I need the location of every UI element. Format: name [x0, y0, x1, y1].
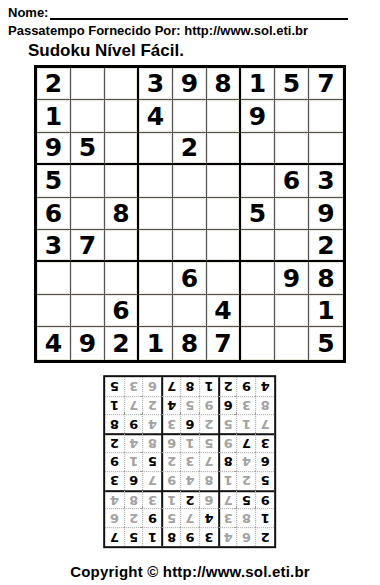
puzzle-cell-given: 5	[275, 68, 309, 100]
puzzle-cell-given: 6	[105, 295, 139, 327]
puzzle-cell-given: 2	[173, 133, 207, 165]
page-title: Sudoku Nível Fácil.	[28, 41, 372, 61]
solution-cell: 4	[199, 508, 218, 527]
solution-cell: 1	[105, 395, 124, 414]
puzzle-cell-given: 7	[309, 68, 343, 100]
solution-cell: 2	[105, 433, 124, 452]
solution-cell: 7	[162, 377, 181, 396]
puzzle-cell-given: 8	[105, 198, 139, 230]
puzzle-cell-empty[interactable]	[275, 327, 309, 359]
solution-cell: 3	[143, 489, 162, 508]
solution-cell: 4	[143, 414, 162, 433]
puzzle-cell-empty[interactable]	[139, 198, 173, 230]
solution-cell: 2	[199, 414, 218, 433]
puzzle-cell-given: 6	[37, 198, 71, 230]
puzzle-cell-empty[interactable]	[275, 230, 309, 262]
solution-cell: 2	[162, 452, 181, 471]
puzzle-cell-given: 4	[139, 100, 173, 132]
puzzle-cell-empty[interactable]	[207, 133, 241, 165]
solution-cell: 9	[237, 377, 256, 396]
solution-cell: 8	[124, 489, 143, 508]
puzzle-cell-given: 2	[309, 230, 343, 262]
puzzle-cell-empty[interactable]	[173, 198, 207, 230]
puzzle-cell-empty[interactable]	[139, 230, 173, 262]
puzzle-cell-empty[interactable]	[105, 262, 139, 294]
solution-cell: 1	[218, 471, 237, 490]
puzzle-cell-given: 9	[173, 68, 207, 100]
solution-cell: 9	[124, 414, 143, 433]
puzzle-cell-given: 9	[309, 198, 343, 230]
solution-cell: 3	[162, 414, 181, 433]
solution-cell: 9	[218, 433, 237, 452]
solution-cell: 7	[143, 471, 162, 490]
puzzle-cell-empty[interactable]	[105, 230, 139, 262]
sudoku-solution-grid-rotated: 2643981571834759269576213845218497636487…	[103, 375, 276, 548]
solution-cell: 6	[105, 508, 124, 527]
solution-cell: 7	[105, 527, 124, 546]
puzzle-cell-empty[interactable]	[241, 133, 275, 165]
puzzle-cell-empty[interactable]	[139, 133, 173, 165]
solution-cell: 6	[181, 414, 200, 433]
puzzle-cell-empty[interactable]	[275, 295, 309, 327]
solution-cell: 7	[199, 452, 218, 471]
solution-cell: 3	[181, 452, 200, 471]
solution-cell: 5	[143, 452, 162, 471]
solution-cell: 5	[237, 489, 256, 508]
puzzle-cell-given: 1	[241, 68, 275, 100]
solution-cell: 2	[256, 527, 275, 546]
puzzle-cell-empty[interactable]	[241, 230, 275, 262]
solution-cell: 2	[143, 395, 162, 414]
solution-cell: 9	[199, 395, 218, 414]
solution-cell: 2	[124, 508, 143, 527]
sudoku-worksheet-page: Nome: Passatempo Fornecido Por: http://w…	[0, 0, 380, 585]
solution-cell: 1	[181, 433, 200, 452]
solution-cell: 8	[199, 471, 218, 490]
puzzle-cell-empty[interactable]	[139, 165, 173, 197]
puzzle-cell-given: 6	[173, 262, 207, 294]
header: Nome: Passatempo Fornecido Por: http://w…	[0, 0, 380, 61]
solution-cell: 5	[105, 377, 124, 396]
solution-cell: 5	[124, 527, 143, 546]
solution-cell: 7	[181, 508, 200, 527]
puzzle-cell-given: 5	[37, 165, 71, 197]
solution-cell: 4	[162, 395, 181, 414]
solution-cell: 9	[181, 527, 200, 546]
solution-cell: 9	[162, 471, 181, 490]
solution-cell: 7	[218, 489, 237, 508]
puzzle-cell-given: 5	[241, 198, 275, 230]
solution-cell: 7	[237, 433, 256, 452]
puzzle-cell-empty[interactable]	[241, 165, 275, 197]
solution-cell: 2	[237, 471, 256, 490]
puzzle-cell-given: 3	[37, 230, 71, 262]
solution-cell: 8	[256, 395, 275, 414]
solution-cell: 4	[181, 471, 200, 490]
name-fill-line[interactable]	[50, 4, 348, 20]
puzzle-cell-given: 8	[309, 262, 343, 294]
solution-cell: 8	[218, 452, 237, 471]
puzzle-cell-empty[interactable]	[207, 165, 241, 197]
puzzle-cell-empty[interactable]	[37, 262, 71, 294]
solution-cell: 6	[162, 433, 181, 452]
puzzle-cell-given: 4	[207, 295, 241, 327]
puzzle-cell-given: 3	[309, 165, 343, 197]
solution-cell: 9	[143, 508, 162, 527]
puzzle-cell-empty[interactable]	[275, 198, 309, 230]
puzzle-cell-empty[interactable]	[173, 295, 207, 327]
puzzle-cell-given: 3	[139, 68, 173, 100]
solution-cell: 1	[162, 489, 181, 508]
puzzle-cell-empty[interactable]	[105, 165, 139, 197]
puzzle-cell-empty[interactable]	[241, 327, 275, 359]
solution-cell: 6	[218, 395, 237, 414]
puzzle-cell-empty[interactable]	[309, 133, 343, 165]
puzzle-cell-empty[interactable]	[71, 68, 105, 100]
provided-by-text: Passatempo Fornecido Por: http://www.sol…	[8, 23, 372, 38]
puzzle-cell-empty[interactable]	[139, 262, 173, 294]
puzzle-cell-empty[interactable]	[71, 198, 105, 230]
solution-cell: 9	[105, 452, 124, 471]
puzzle-cell-given: 9	[71, 327, 105, 359]
puzzle-cell-empty[interactable]	[241, 262, 275, 294]
solution-cell: 9	[256, 489, 275, 508]
solution-cell: 5	[256, 471, 275, 490]
solution-cell: 4	[105, 489, 124, 508]
solution-cell: 7	[256, 414, 275, 433]
solution-cell: 1	[143, 527, 162, 546]
puzzle-cell-empty[interactable]	[275, 133, 309, 165]
solution-cell: 1	[237, 414, 256, 433]
solution-cell: 1	[124, 452, 143, 471]
name-label: Nome:	[8, 5, 48, 20]
solution-cell: 8	[181, 377, 200, 396]
puzzle-cell-empty[interactable]	[71, 165, 105, 197]
puzzle-cell-empty[interactable]	[173, 165, 207, 197]
solution-cell: 4	[124, 433, 143, 452]
puzzle-cell-empty[interactable]	[71, 262, 105, 294]
puzzle-cell-empty[interactable]	[207, 262, 241, 294]
solution-cell: 3	[237, 395, 256, 414]
puzzle-cell-empty[interactable]	[309, 100, 343, 132]
puzzle-cell-empty[interactable]	[275, 100, 309, 132]
solution-cell: 6	[256, 452, 275, 471]
solution-cell: 4	[237, 452, 256, 471]
solution-cell: 3	[218, 508, 237, 527]
puzzle-cell-given: 1	[309, 295, 343, 327]
puzzle-cell-empty[interactable]	[139, 295, 173, 327]
solution-grid-wrap: 2643981571834759269576213845218497636487…	[103, 375, 276, 548]
puzzle-cell-empty[interactable]	[105, 68, 139, 100]
puzzle-cell-given: 2	[37, 68, 71, 100]
puzzle-cell-given: 8	[173, 327, 207, 359]
sudoku-puzzle-grid: 239815714995256368593726986414921875	[34, 65, 346, 363]
solution-cell: 3	[256, 433, 275, 452]
puzzle-cell-given: 7	[71, 230, 105, 262]
puzzle-cell-empty[interactable]	[105, 133, 139, 165]
solution-cell: 3	[124, 377, 143, 396]
puzzle-cell-empty[interactable]	[173, 100, 207, 132]
puzzle-cell-empty[interactable]	[71, 295, 105, 327]
solution-cell: 1	[256, 508, 275, 527]
puzzle-cell-given: 1	[37, 100, 71, 132]
solution-cell: 6	[199, 489, 218, 508]
puzzle-cell-given: 8	[207, 68, 241, 100]
solution-cell: 6	[237, 527, 256, 546]
solution-cell: 8	[143, 433, 162, 452]
solution-cell: 6	[143, 377, 162, 396]
puzzle-cell-empty[interactable]	[207, 100, 241, 132]
puzzle-cell-given: 7	[207, 327, 241, 359]
solution-cell: 6	[124, 471, 143, 490]
puzzle-cell-empty[interactable]	[207, 198, 241, 230]
puzzle-cell-given: 4	[37, 327, 71, 359]
name-row: Nome:	[8, 4, 348, 20]
solution-cell: 4	[256, 377, 275, 396]
solution-cell: 1	[199, 377, 218, 396]
solution-cell: 7	[124, 395, 143, 414]
solution-cell: 8	[237, 508, 256, 527]
solution-cell: 2	[181, 489, 200, 508]
puzzle-cell-given: 9	[37, 133, 71, 165]
solution-cell: 5	[181, 395, 200, 414]
solution-cell: 4	[218, 527, 237, 546]
puzzle-cell-empty[interactable]	[71, 100, 105, 132]
solution-cell: 5	[218, 414, 237, 433]
puzzle-cell-empty[interactable]	[37, 295, 71, 327]
puzzle-cell-empty[interactable]	[207, 230, 241, 262]
solution-cell: 8	[162, 527, 181, 546]
puzzle-cell-given: 5	[71, 133, 105, 165]
puzzle-cell-empty[interactable]	[173, 230, 207, 262]
solution-cell: 5	[199, 433, 218, 452]
puzzle-cell-given: 6	[275, 165, 309, 197]
puzzle-cell-empty[interactable]	[105, 100, 139, 132]
puzzle-cell-given: 9	[241, 100, 275, 132]
puzzle-cell-given: 2	[105, 327, 139, 359]
solution-cell: 2	[218, 377, 237, 396]
puzzle-cell-given: 1	[139, 327, 173, 359]
solution-cell: 8	[105, 414, 124, 433]
puzzle-cell-empty[interactable]	[241, 295, 275, 327]
solution-cell: 5	[162, 508, 181, 527]
solution-cell: 3	[105, 471, 124, 490]
puzzle-cell-given: 5	[309, 327, 343, 359]
solution-cell: 3	[199, 527, 218, 546]
puzzle-cell-given: 9	[275, 262, 309, 294]
copyright-text: Copyright © http://www.sol.eti.br	[0, 563, 380, 580]
